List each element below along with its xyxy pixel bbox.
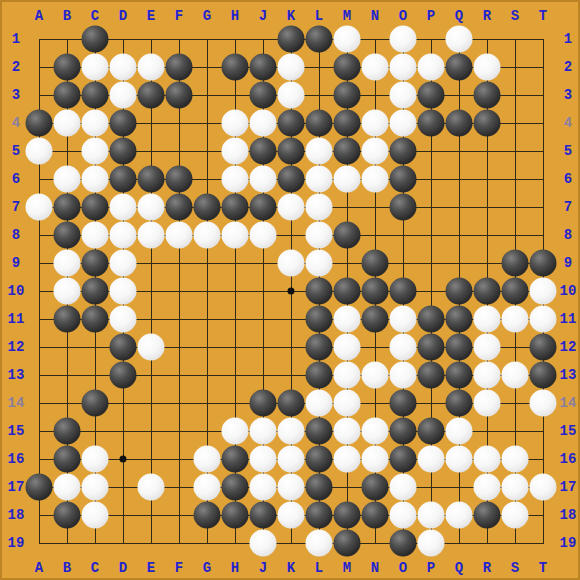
- stone-black-K6[interactable]: [278, 166, 305, 193]
- stone-white-O2[interactable]: [390, 54, 417, 81]
- stone-white-C5[interactable]: [82, 138, 109, 165]
- stone-white-J6[interactable]: [250, 166, 277, 193]
- row-label-13-right: 13: [560, 368, 577, 382]
- row-label-2-right: 2: [564, 60, 572, 74]
- stone-white-Q1[interactable]: [446, 26, 473, 53]
- stone-black-P4[interactable]: [418, 110, 445, 137]
- stone-black-L11[interactable]: [306, 306, 333, 333]
- stone-white-N4[interactable]: [362, 110, 389, 137]
- row-label-17-right: 17: [560, 480, 577, 494]
- col-label-P-top: P: [427, 9, 435, 23]
- stone-black-E3[interactable]: [138, 82, 165, 109]
- stone-black-F6[interactable]: [166, 166, 193, 193]
- stone-white-C2[interactable]: [82, 54, 109, 81]
- stone-white-N16[interactable]: [362, 446, 389, 473]
- stone-black-L10[interactable]: [306, 278, 333, 305]
- stone-white-S16[interactable]: [502, 446, 529, 473]
- stone-black-Q11[interactable]: [446, 306, 473, 333]
- stone-black-B8[interactable]: [54, 222, 81, 249]
- stone-black-M19[interactable]: [334, 530, 361, 557]
- stone-white-P16[interactable]: [418, 446, 445, 473]
- stone-white-B9[interactable]: [54, 250, 81, 277]
- stone-white-S18[interactable]: [502, 502, 529, 529]
- stone-black-J14[interactable]: [250, 390, 277, 417]
- stone-white-G17[interactable]: [194, 474, 221, 501]
- row-label-12-right: 12: [560, 340, 577, 354]
- col-label-R-bottom: R: [483, 561, 491, 575]
- stone-black-M2[interactable]: [334, 54, 361, 81]
- row-label-1-right: 1: [564, 32, 572, 46]
- row-label-7-left: 7: [12, 200, 20, 214]
- stone-white-E2[interactable]: [138, 54, 165, 81]
- stone-black-Q4[interactable]: [446, 110, 473, 137]
- stone-white-M1[interactable]: [334, 26, 361, 53]
- col-label-L-top: L: [315, 9, 323, 23]
- stone-black-M4[interactable]: [334, 110, 361, 137]
- stone-white-R16[interactable]: [474, 446, 501, 473]
- stone-white-N15[interactable]: [362, 418, 389, 445]
- col-label-N-bottom: N: [371, 561, 379, 575]
- stone-black-B15[interactable]: [54, 418, 81, 445]
- stone-white-K2[interactable]: [278, 54, 305, 81]
- stone-black-L18[interactable]: [306, 502, 333, 529]
- stone-white-K17[interactable]: [278, 474, 305, 501]
- stone-black-L16[interactable]: [306, 446, 333, 473]
- stone-white-C17[interactable]: [82, 474, 109, 501]
- stone-black-Q13[interactable]: [446, 362, 473, 389]
- stone-white-C6[interactable]: [82, 166, 109, 193]
- stone-white-D7[interactable]: [110, 194, 137, 221]
- row-label-10-left: 10: [8, 284, 25, 298]
- col-label-L-bottom: L: [315, 561, 323, 575]
- stone-black-Q14[interactable]: [446, 390, 473, 417]
- stone-black-F3[interactable]: [166, 82, 193, 109]
- row-label-7-right: 7: [564, 200, 572, 214]
- stone-black-K5[interactable]: [278, 138, 305, 165]
- stone-white-R17[interactable]: [474, 474, 501, 501]
- stone-white-B10[interactable]: [54, 278, 81, 305]
- row-label-12-left: 12: [8, 340, 25, 354]
- stone-white-D8[interactable]: [110, 222, 137, 249]
- col-label-C-bottom: C: [91, 561, 99, 575]
- stone-white-C16[interactable]: [82, 446, 109, 473]
- stone-black-L13[interactable]: [306, 362, 333, 389]
- stone-black-K4[interactable]: [278, 110, 305, 137]
- col-label-M-top: M: [343, 9, 351, 23]
- col-label-B-top: B: [63, 9, 71, 23]
- stone-white-M16[interactable]: [334, 446, 361, 473]
- stone-black-L1[interactable]: [306, 26, 333, 53]
- stone-black-J7[interactable]: [250, 194, 277, 221]
- stone-black-C7[interactable]: [82, 194, 109, 221]
- stone-white-M15[interactable]: [334, 418, 361, 445]
- stone-black-L15[interactable]: [306, 418, 333, 445]
- stone-white-T14[interactable]: [530, 390, 557, 417]
- stone-black-R18[interactable]: [474, 502, 501, 529]
- row-label-16-left: 16: [8, 452, 25, 466]
- stone-white-J17[interactable]: [250, 474, 277, 501]
- stone-black-Q10[interactable]: [446, 278, 473, 305]
- row-label-17-left: 17: [8, 480, 25, 494]
- col-label-M-bottom: M: [343, 561, 351, 575]
- stone-white-N2[interactable]: [362, 54, 389, 81]
- stone-white-O4[interactable]: [390, 110, 417, 137]
- stone-black-O5[interactable]: [390, 138, 417, 165]
- star-point-D16: [120, 456, 127, 463]
- stone-white-L8[interactable]: [306, 222, 333, 249]
- row-label-6-right: 6: [564, 172, 572, 186]
- stone-white-K15[interactable]: [278, 418, 305, 445]
- stone-white-Q15[interactable]: [446, 418, 473, 445]
- stone-black-L4[interactable]: [306, 110, 333, 137]
- stone-white-H8[interactable]: [222, 222, 249, 249]
- stone-black-B18[interactable]: [54, 502, 81, 529]
- row-label-18-left: 18: [8, 508, 25, 522]
- row-label-3-left: 3: [12, 88, 20, 102]
- stone-black-C3[interactable]: [82, 82, 109, 109]
- stone-white-G16[interactable]: [194, 446, 221, 473]
- stone-black-J5[interactable]: [250, 138, 277, 165]
- row-label-8-left: 8: [12, 228, 20, 242]
- stone-black-P13[interactable]: [418, 362, 445, 389]
- col-label-G-top: G: [203, 9, 211, 23]
- row-label-1-left: 1: [12, 32, 20, 46]
- stone-white-L19[interactable]: [306, 530, 333, 557]
- stone-white-M13[interactable]: [334, 362, 361, 389]
- row-label-14-left: 14: [8, 396, 25, 410]
- stone-white-E8[interactable]: [138, 222, 165, 249]
- stone-black-D4[interactable]: [110, 110, 137, 137]
- star-point-K10: [288, 288, 295, 295]
- stone-white-K3[interactable]: [278, 82, 305, 109]
- stone-black-N18[interactable]: [362, 502, 389, 529]
- stone-white-K16[interactable]: [278, 446, 305, 473]
- col-label-E-top: E: [147, 9, 155, 23]
- stone-white-N6[interactable]: [362, 166, 389, 193]
- stone-black-N11[interactable]: [362, 306, 389, 333]
- stone-black-C11[interactable]: [82, 306, 109, 333]
- stone-black-F7[interactable]: [166, 194, 193, 221]
- col-label-G-bottom: G: [203, 561, 211, 575]
- row-label-15-left: 15: [8, 424, 25, 438]
- row-label-16-right: 16: [560, 452, 577, 466]
- row-label-3-right: 3: [564, 88, 572, 102]
- stone-white-J19[interactable]: [250, 530, 277, 557]
- stone-black-P11[interactable]: [418, 306, 445, 333]
- stone-black-M18[interactable]: [334, 502, 361, 529]
- col-label-J-top: J: [259, 9, 267, 23]
- stone-black-T9[interactable]: [530, 250, 557, 277]
- stone-white-L14[interactable]: [306, 390, 333, 417]
- row-label-6-left: 6: [12, 172, 20, 186]
- stone-white-C18[interactable]: [82, 502, 109, 529]
- stone-black-B3[interactable]: [54, 82, 81, 109]
- stone-black-T13[interactable]: [530, 362, 557, 389]
- row-label-4-left: 4: [12, 116, 20, 130]
- stone-black-M3[interactable]: [334, 82, 361, 109]
- stone-white-F8[interactable]: [166, 222, 193, 249]
- col-label-T-top: T: [539, 9, 547, 23]
- col-label-C-top: C: [91, 9, 99, 23]
- stone-black-S10[interactable]: [502, 278, 529, 305]
- row-label-10-right: 10: [560, 284, 577, 298]
- stone-white-O12[interactable]: [390, 334, 417, 361]
- stone-white-A5[interactable]: [26, 138, 53, 165]
- col-label-H-top: H: [231, 9, 239, 23]
- stone-black-M5[interactable]: [334, 138, 361, 165]
- stone-white-S11[interactable]: [502, 306, 529, 333]
- stone-white-O17[interactable]: [390, 474, 417, 501]
- stone-white-O3[interactable]: [390, 82, 417, 109]
- stone-white-L6[interactable]: [306, 166, 333, 193]
- stone-black-S9[interactable]: [502, 250, 529, 277]
- stone-white-O18[interactable]: [390, 502, 417, 529]
- col-label-A-bottom: A: [35, 561, 43, 575]
- stone-white-T11[interactable]: [530, 306, 557, 333]
- stone-black-N9[interactable]: [362, 250, 389, 277]
- col-label-H-bottom: H: [231, 561, 239, 575]
- col-label-F-top: F: [175, 9, 183, 23]
- col-label-B-bottom: B: [63, 561, 71, 575]
- stone-black-R10[interactable]: [474, 278, 501, 305]
- stone-black-E6[interactable]: [138, 166, 165, 193]
- stone-black-H7[interactable]: [222, 194, 249, 221]
- stone-black-O10[interactable]: [390, 278, 417, 305]
- stone-white-E7[interactable]: [138, 194, 165, 221]
- stone-black-J2[interactable]: [250, 54, 277, 81]
- stone-white-P19[interactable]: [418, 530, 445, 557]
- row-label-19-right: 19: [560, 536, 577, 550]
- row-label-11-right: 11: [560, 312, 577, 326]
- col-label-R-top: R: [483, 9, 491, 23]
- stone-black-J18[interactable]: [250, 502, 277, 529]
- col-label-O-top: O: [399, 9, 407, 23]
- stone-white-E12[interactable]: [138, 334, 165, 361]
- stone-white-B4[interactable]: [54, 110, 81, 137]
- stone-white-A7[interactable]: [26, 194, 53, 221]
- stone-white-M11[interactable]: [334, 306, 361, 333]
- stone-black-G7[interactable]: [194, 194, 221, 221]
- stone-white-O11[interactable]: [390, 306, 417, 333]
- stone-black-C10[interactable]: [82, 278, 109, 305]
- col-label-K-top: K: [287, 9, 295, 23]
- go-app-window: { "game": "go", "board_size": 19, "colum…: [0, 0, 580, 580]
- col-label-A-top: A: [35, 9, 43, 23]
- stone-black-F2[interactable]: [166, 54, 193, 81]
- stone-white-L7[interactable]: [306, 194, 333, 221]
- stone-white-L9[interactable]: [306, 250, 333, 277]
- stone-white-R2[interactable]: [474, 54, 501, 81]
- stone-black-H2[interactable]: [222, 54, 249, 81]
- row-label-5-right: 5: [564, 144, 572, 158]
- stone-white-N13[interactable]: [362, 362, 389, 389]
- stone-black-T12[interactable]: [530, 334, 557, 361]
- row-label-15-right: 15: [560, 424, 577, 438]
- row-label-9-right: 9: [564, 256, 572, 270]
- row-label-9-left: 9: [12, 256, 20, 270]
- stone-black-O16[interactable]: [390, 446, 417, 473]
- stone-white-J4[interactable]: [250, 110, 277, 137]
- row-label-19-left: 19: [8, 536, 25, 550]
- stone-white-S17[interactable]: [502, 474, 529, 501]
- stone-black-P12[interactable]: [418, 334, 445, 361]
- stone-black-J3[interactable]: [250, 82, 277, 109]
- stone-white-E17[interactable]: [138, 474, 165, 501]
- stone-white-J15[interactable]: [250, 418, 277, 445]
- stone-black-L12[interactable]: [306, 334, 333, 361]
- stone-white-D10[interactable]: [110, 278, 137, 305]
- col-label-S-top: S: [511, 9, 519, 23]
- row-label-14-right: 14: [560, 396, 577, 410]
- stone-white-D3[interactable]: [110, 82, 137, 109]
- col-label-N-top: N: [371, 9, 379, 23]
- stone-white-T10[interactable]: [530, 278, 557, 305]
- stone-white-P2[interactable]: [418, 54, 445, 81]
- col-label-O-bottom: O: [399, 561, 407, 575]
- row-label-2-left: 2: [12, 60, 20, 74]
- stone-black-C1[interactable]: [82, 26, 109, 53]
- stone-black-A4[interactable]: [26, 110, 53, 137]
- stone-black-O19[interactable]: [390, 530, 417, 557]
- stone-black-N10[interactable]: [362, 278, 389, 305]
- stone-white-K7[interactable]: [278, 194, 305, 221]
- col-label-Q-top: Q: [455, 9, 463, 23]
- stone-black-Q2[interactable]: [446, 54, 473, 81]
- stone-white-K18[interactable]: [278, 502, 305, 529]
- stone-white-H6[interactable]: [222, 166, 249, 193]
- stone-white-N5[interactable]: [362, 138, 389, 165]
- col-label-F-bottom: F: [175, 561, 183, 575]
- col-label-P-bottom: P: [427, 561, 435, 575]
- stone-black-O14[interactable]: [390, 390, 417, 417]
- stone-black-Q12[interactable]: [446, 334, 473, 361]
- stone-black-R3[interactable]: [474, 82, 501, 109]
- stone-white-B6[interactable]: [54, 166, 81, 193]
- stone-black-A17[interactable]: [26, 474, 53, 501]
- stone-black-L17[interactable]: [306, 474, 333, 501]
- stone-black-K14[interactable]: [278, 390, 305, 417]
- col-label-S-bottom: S: [511, 561, 519, 575]
- col-label-K-bottom: K: [287, 561, 295, 575]
- stone-white-R11[interactable]: [474, 306, 501, 333]
- stone-black-B11[interactable]: [54, 306, 81, 333]
- stone-white-B17[interactable]: [54, 474, 81, 501]
- row-label-11-left: 11: [8, 312, 25, 326]
- stone-black-B2[interactable]: [54, 54, 81, 81]
- stone-white-D11[interactable]: [110, 306, 137, 333]
- stone-black-C9[interactable]: [82, 250, 109, 277]
- stone-black-O7[interactable]: [390, 194, 417, 221]
- stone-black-O15[interactable]: [390, 418, 417, 445]
- stone-white-Q18[interactable]: [446, 502, 473, 529]
- row-label-5-left: 5: [12, 144, 20, 158]
- stone-black-D13[interactable]: [110, 362, 137, 389]
- row-label-4-right: 4: [564, 116, 572, 130]
- col-label-Q-bottom: Q: [455, 561, 463, 575]
- stone-black-N17[interactable]: [362, 474, 389, 501]
- stone-white-O13[interactable]: [390, 362, 417, 389]
- stone-white-D9[interactable]: [110, 250, 137, 277]
- stone-black-C14[interactable]: [82, 390, 109, 417]
- col-label-J-bottom: J: [259, 561, 267, 575]
- stone-black-P15[interactable]: [418, 418, 445, 445]
- stone-black-K1[interactable]: [278, 26, 305, 53]
- stone-white-L5[interactable]: [306, 138, 333, 165]
- row-label-8-right: 8: [564, 228, 572, 242]
- stone-white-M12[interactable]: [334, 334, 361, 361]
- stone-black-G18[interactable]: [194, 502, 221, 529]
- stone-white-C4[interactable]: [82, 110, 109, 137]
- stone-black-H16[interactable]: [222, 446, 249, 473]
- stone-white-J16[interactable]: [250, 446, 277, 473]
- stone-white-R14[interactable]: [474, 390, 501, 417]
- stone-black-R4[interactable]: [474, 110, 501, 137]
- col-label-D-top: D: [119, 9, 127, 23]
- stone-white-T17[interactable]: [530, 474, 557, 501]
- col-label-T-bottom: T: [539, 561, 547, 575]
- stone-black-D12[interactable]: [110, 334, 137, 361]
- row-label-13-left: 13: [8, 368, 25, 382]
- stone-white-S13[interactable]: [502, 362, 529, 389]
- stone-white-R12[interactable]: [474, 334, 501, 361]
- stone-white-R13[interactable]: [474, 362, 501, 389]
- stone-black-M10[interactable]: [334, 278, 361, 305]
- col-label-E-bottom: E: [147, 561, 155, 575]
- stone-white-H15[interactable]: [222, 418, 249, 445]
- stone-white-H4[interactable]: [222, 110, 249, 137]
- stone-black-H17[interactable]: [222, 474, 249, 501]
- stone-black-P3[interactable]: [418, 82, 445, 109]
- stone-black-B7[interactable]: [54, 194, 81, 221]
- stone-black-M8[interactable]: [334, 222, 361, 249]
- stone-black-O6[interactable]: [390, 166, 417, 193]
- stone-white-J8[interactable]: [250, 222, 277, 249]
- row-label-18-right: 18: [560, 508, 577, 522]
- stone-black-B16[interactable]: [54, 446, 81, 473]
- stone-black-D5[interactable]: [110, 138, 137, 165]
- stone-white-M6[interactable]: [334, 166, 361, 193]
- stone-white-C8[interactable]: [82, 222, 109, 249]
- stone-black-H18[interactable]: [222, 502, 249, 529]
- stone-black-D6[interactable]: [110, 166, 137, 193]
- stone-white-G8[interactable]: [194, 222, 221, 249]
- stone-white-Q16[interactable]: [446, 446, 473, 473]
- stone-white-K9[interactable]: [278, 250, 305, 277]
- stone-white-O1[interactable]: [390, 26, 417, 53]
- stone-white-D2[interactable]: [110, 54, 137, 81]
- stone-white-P18[interactable]: [418, 502, 445, 529]
- stone-white-M14[interactable]: [334, 390, 361, 417]
- stone-white-H5[interactable]: [222, 138, 249, 165]
- col-label-D-bottom: D: [119, 561, 127, 575]
